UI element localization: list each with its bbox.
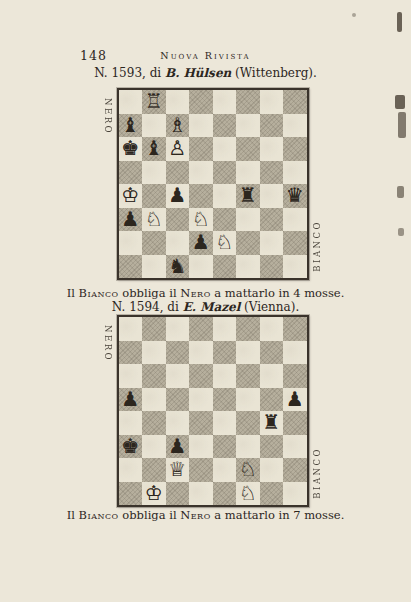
white-pawn-piece: ♙ bbox=[168, 137, 186, 161]
black-pawn-piece: ♟ bbox=[168, 435, 186, 459]
magazine-page: 148 Nuova Rivista N. 1593, di B. Hülsen … bbox=[0, 0, 411, 602]
square-f5 bbox=[236, 388, 260, 412]
black-pawn-piece: ♟ bbox=[168, 184, 186, 208]
problem-number: N. 1593, di bbox=[94, 66, 165, 80]
square-b6: ♝ bbox=[142, 137, 166, 161]
square-c3 bbox=[166, 208, 190, 232]
page-edge-artifact bbox=[352, 13, 356, 17]
square-e5 bbox=[213, 388, 237, 412]
white-knight-piece: ♘ bbox=[239, 482, 257, 506]
white-queen-piece: ♕ bbox=[168, 458, 186, 482]
square-e8 bbox=[213, 90, 237, 114]
square-h7 bbox=[283, 341, 307, 365]
problem-1593-title: N. 1593, di B. Hülsen (Wittenberg). bbox=[0, 66, 411, 80]
black-bishop-piece: ♝ bbox=[121, 114, 139, 138]
problem-1593-caption: Il Bianco obbliga il Nero a mattarlo in … bbox=[0, 286, 411, 300]
square-a6: ♚ bbox=[119, 137, 143, 161]
journal-title: Nuova Rivista bbox=[0, 50, 411, 61]
square-d8 bbox=[189, 317, 213, 341]
chessboard-1594: ♟♟♜♚♟♕♘♔♘ bbox=[117, 315, 309, 507]
square-e7 bbox=[213, 341, 237, 365]
page-header: 148 Nuova Rivista bbox=[0, 48, 411, 64]
square-e6 bbox=[213, 364, 237, 388]
square-a4: ♔ bbox=[119, 184, 143, 208]
square-f4: ♜ bbox=[236, 184, 260, 208]
square-h7 bbox=[283, 114, 307, 138]
square-e4 bbox=[213, 184, 237, 208]
square-d1 bbox=[189, 482, 213, 506]
square-e3 bbox=[213, 435, 237, 459]
board-area-1594: NERO ♟♟♜♚♟♕♘♔♘ BIANCO bbox=[0, 315, 411, 507]
square-c5 bbox=[166, 161, 190, 185]
square-h3 bbox=[283, 435, 307, 459]
black-side-label: NERO bbox=[103, 98, 113, 135]
square-e7 bbox=[213, 114, 237, 138]
square-a6 bbox=[119, 364, 143, 388]
square-g1 bbox=[260, 255, 284, 279]
square-d3 bbox=[189, 435, 213, 459]
square-b3: ♘ bbox=[142, 208, 166, 232]
black-rook-piece: ♜ bbox=[239, 184, 257, 208]
square-a2 bbox=[119, 231, 143, 255]
problem-1594-title: N. 1594, di E. Mazel (Vienna). bbox=[0, 300, 411, 314]
square-c1 bbox=[166, 482, 190, 506]
square-c8 bbox=[166, 90, 190, 114]
white-bishop-piece: ♗ bbox=[168, 114, 186, 138]
square-g4 bbox=[260, 184, 284, 208]
black-queen-piece: ♛ bbox=[286, 184, 304, 208]
square-c3: ♟ bbox=[166, 435, 190, 459]
square-b5 bbox=[142, 388, 166, 412]
square-d5 bbox=[189, 161, 213, 185]
square-c4: ♟ bbox=[166, 184, 190, 208]
problem-author: B. Hülsen bbox=[165, 66, 231, 80]
square-c1: ♞ bbox=[166, 255, 190, 279]
white-side-label: BIANCO bbox=[312, 220, 322, 272]
caption-black-label: Nero bbox=[180, 508, 210, 522]
square-h4 bbox=[283, 411, 307, 435]
square-c5 bbox=[166, 388, 190, 412]
square-g4: ♜ bbox=[260, 411, 284, 435]
square-e8 bbox=[213, 317, 237, 341]
square-b3 bbox=[142, 435, 166, 459]
square-h2 bbox=[283, 458, 307, 482]
problem-city: (Wittenberg). bbox=[231, 66, 317, 80]
square-h5 bbox=[283, 161, 307, 185]
square-d8 bbox=[189, 90, 213, 114]
caption-stipulation: a mattarlo in 7 mosse. bbox=[211, 508, 345, 522]
square-h6 bbox=[283, 364, 307, 388]
square-d6 bbox=[189, 137, 213, 161]
square-a3: ♟ bbox=[119, 208, 143, 232]
square-f8 bbox=[236, 90, 260, 114]
caption-text: Il bbox=[67, 508, 79, 522]
square-b4 bbox=[142, 411, 166, 435]
square-a2 bbox=[119, 458, 143, 482]
square-g3 bbox=[260, 435, 284, 459]
problem-number: N. 1594, di bbox=[112, 300, 183, 314]
square-h6 bbox=[283, 137, 307, 161]
black-side-label: NERO bbox=[103, 325, 113, 362]
caption-text: Il bbox=[67, 286, 79, 300]
caption-text: obbliga il bbox=[119, 508, 181, 522]
square-g6 bbox=[260, 364, 284, 388]
square-h8 bbox=[283, 90, 307, 114]
square-f8 bbox=[236, 317, 260, 341]
square-f6 bbox=[236, 364, 260, 388]
square-b2 bbox=[142, 458, 166, 482]
black-bishop-piece: ♝ bbox=[145, 137, 163, 161]
square-d2: ♟ bbox=[189, 231, 213, 255]
page-edge-artifact bbox=[397, 12, 402, 32]
square-b2 bbox=[142, 231, 166, 255]
square-c6: ♙ bbox=[166, 137, 190, 161]
square-d3: ♘ bbox=[189, 208, 213, 232]
white-knight-piece: ♘ bbox=[192, 208, 210, 232]
square-e4 bbox=[213, 411, 237, 435]
square-d7 bbox=[189, 114, 213, 138]
black-king-piece: ♚ bbox=[121, 137, 139, 161]
square-h3 bbox=[283, 208, 307, 232]
caption-stipulation: a mattarlo in 4 mosse. bbox=[211, 286, 345, 300]
square-a1 bbox=[119, 255, 143, 279]
square-e1 bbox=[213, 255, 237, 279]
square-g8 bbox=[260, 317, 284, 341]
square-g7 bbox=[260, 114, 284, 138]
black-pawn-piece: ♟ bbox=[192, 231, 210, 255]
square-d6 bbox=[189, 364, 213, 388]
square-e5 bbox=[213, 161, 237, 185]
square-b6 bbox=[142, 364, 166, 388]
square-d4 bbox=[189, 411, 213, 435]
square-e2 bbox=[213, 458, 237, 482]
square-g6 bbox=[260, 137, 284, 161]
square-b5 bbox=[142, 161, 166, 185]
square-d1 bbox=[189, 255, 213, 279]
square-a1 bbox=[119, 482, 143, 506]
page-edge-artifact bbox=[395, 95, 405, 109]
square-h8 bbox=[283, 317, 307, 341]
white-knight-piece: ♘ bbox=[239, 458, 257, 482]
square-a7: ♝ bbox=[119, 114, 143, 138]
square-f7 bbox=[236, 114, 260, 138]
square-h4: ♛ bbox=[283, 184, 307, 208]
page-edge-artifact bbox=[398, 228, 404, 236]
square-f6 bbox=[236, 137, 260, 161]
black-pawn-piece: ♟ bbox=[286, 388, 304, 412]
square-g2 bbox=[260, 231, 284, 255]
caption-white-label: Bianco bbox=[79, 508, 119, 522]
square-f2: ♘ bbox=[236, 458, 260, 482]
square-c2 bbox=[166, 231, 190, 255]
square-f1 bbox=[236, 255, 260, 279]
square-e6 bbox=[213, 137, 237, 161]
white-side-label: BIANCO bbox=[312, 447, 322, 499]
square-d4 bbox=[189, 184, 213, 208]
square-f3 bbox=[236, 435, 260, 459]
square-a5: ♟ bbox=[119, 388, 143, 412]
square-d5 bbox=[189, 388, 213, 412]
square-c4 bbox=[166, 411, 190, 435]
square-c6 bbox=[166, 364, 190, 388]
caption-white-label: Bianco bbox=[79, 286, 119, 300]
problem-city: (Vienna). bbox=[240, 300, 299, 314]
page-edge-artifact bbox=[398, 112, 406, 138]
square-f5 bbox=[236, 161, 260, 185]
square-g7 bbox=[260, 341, 284, 365]
caption-text: obbliga il bbox=[119, 286, 181, 300]
board-area-1593: NERO ♖♝♗♚♝♙♔♟♜♛♟♘♘♟♘♞ BIANCO bbox=[0, 88, 411, 280]
square-a8 bbox=[119, 90, 143, 114]
square-f1: ♘ bbox=[236, 482, 260, 506]
white-king-piece: ♔ bbox=[145, 482, 163, 506]
white-rook-piece: ♖ bbox=[145, 90, 163, 114]
square-b7 bbox=[142, 114, 166, 138]
square-h5: ♟ bbox=[283, 388, 307, 412]
black-pawn-piece: ♟ bbox=[121, 388, 139, 412]
square-a7 bbox=[119, 341, 143, 365]
problem-author: E. Mazel bbox=[183, 300, 241, 314]
square-e1 bbox=[213, 482, 237, 506]
square-h1 bbox=[283, 482, 307, 506]
square-c8 bbox=[166, 317, 190, 341]
square-h1 bbox=[283, 255, 307, 279]
square-b7 bbox=[142, 341, 166, 365]
black-king-piece: ♚ bbox=[121, 435, 139, 459]
square-c7 bbox=[166, 341, 190, 365]
square-f7 bbox=[236, 341, 260, 365]
square-c7: ♗ bbox=[166, 114, 190, 138]
square-a3: ♚ bbox=[119, 435, 143, 459]
square-b1: ♔ bbox=[142, 482, 166, 506]
square-g5 bbox=[260, 388, 284, 412]
white-king-piece: ♔ bbox=[121, 184, 139, 208]
square-f3 bbox=[236, 208, 260, 232]
black-rook-piece: ♜ bbox=[262, 411, 280, 435]
square-f4 bbox=[236, 411, 260, 435]
square-b8 bbox=[142, 317, 166, 341]
square-h2 bbox=[283, 231, 307, 255]
square-g1 bbox=[260, 482, 284, 506]
square-g5 bbox=[260, 161, 284, 185]
problem-1594-caption: Il Bianco obbliga il Nero a mattarlo in … bbox=[0, 508, 411, 522]
square-b4 bbox=[142, 184, 166, 208]
square-b1 bbox=[142, 255, 166, 279]
square-d7 bbox=[189, 341, 213, 365]
square-d2 bbox=[189, 458, 213, 482]
black-knight-piece: ♞ bbox=[168, 255, 186, 279]
square-e3 bbox=[213, 208, 237, 232]
white-knight-piece: ♘ bbox=[215, 231, 233, 255]
square-c2: ♕ bbox=[166, 458, 190, 482]
square-e2: ♘ bbox=[213, 231, 237, 255]
page-edge-artifact bbox=[397, 186, 404, 198]
caption-black-label: Nero bbox=[180, 286, 210, 300]
black-pawn-piece: ♟ bbox=[121, 208, 139, 232]
chessboard-1593: ♖♝♗♚♝♙♔♟♜♛♟♘♘♟♘♞ bbox=[117, 88, 309, 280]
square-a8 bbox=[119, 317, 143, 341]
square-b8: ♖ bbox=[142, 90, 166, 114]
square-f2 bbox=[236, 231, 260, 255]
square-a4 bbox=[119, 411, 143, 435]
white-knight-piece: ♘ bbox=[145, 208, 163, 232]
square-a5 bbox=[119, 161, 143, 185]
square-g8 bbox=[260, 90, 284, 114]
square-g2 bbox=[260, 458, 284, 482]
square-g3 bbox=[260, 208, 284, 232]
